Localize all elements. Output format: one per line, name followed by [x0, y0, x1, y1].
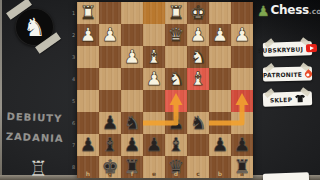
rank-label-7: 7	[71, 142, 76, 148]
piece-white-pawn: ♟	[99, 24, 121, 46]
caption-line-1: DEBIUTY	[6, 111, 64, 125]
square-e1	[143, 2, 165, 24]
square-g5	[99, 90, 121, 112]
piece-white-bishop: ♝	[143, 46, 165, 68]
square-h6	[77, 112, 99, 134]
file-label-c: c	[187, 170, 209, 177]
square-e6	[143, 112, 165, 134]
square-g1	[99, 2, 121, 24]
square-a5	[231, 90, 253, 112]
rank-label-4: 4	[71, 76, 76, 82]
piece-black-pawn: ♟	[99, 112, 121, 134]
chess-board: ♜♜♚♟♟♛♟♟♟♟♝♞♟♞♝♟♞♟♞♟♝♟♟♝♟♟♚♜♛♜ 12345678 …	[77, 2, 253, 178]
square-d4: ♞	[165, 68, 187, 90]
piece-white-knight: ♞	[165, 68, 187, 90]
piece-white-bishop: ♝	[187, 68, 209, 90]
square-c1: ♚	[187, 2, 209, 24]
piece-white-pawn: ♟	[231, 24, 253, 46]
piece-white-king: ♚	[187, 2, 209, 24]
subscribe-button[interactable]: SUBSKRYBUJ	[263, 41, 312, 57]
piece-black-pawn: ♟	[77, 134, 99, 156]
square-d7: ♝	[165, 134, 187, 156]
piece-white-pawn: ♟	[121, 46, 143, 68]
square-c7	[187, 134, 209, 156]
piece-black-pawn: ♟	[121, 134, 143, 156]
caption-line-2: ZADANIA	[6, 131, 64, 145]
square-b6	[209, 112, 231, 134]
square-h4	[77, 68, 99, 90]
square-d6: ♟	[165, 112, 187, 134]
pawn-icon: ♟	[257, 3, 270, 19]
square-h7: ♟	[77, 134, 99, 156]
square-g4	[99, 68, 121, 90]
square-e3: ♝	[143, 46, 165, 68]
subscribe-label: SUBSKRYBUJ	[258, 45, 303, 54]
square-h5	[77, 90, 99, 112]
square-e2	[143, 24, 165, 46]
square-c2: ♟	[187, 24, 209, 46]
rank-label-2: 2	[71, 32, 76, 38]
square-f5	[121, 90, 143, 112]
piece-black-pawn: ♟	[231, 134, 253, 156]
rank-label-8: 8	[71, 164, 76, 170]
file-label-f: f	[121, 170, 143, 177]
square-f2	[121, 24, 143, 46]
square-c5	[187, 90, 209, 112]
square-d1: ♜	[165, 2, 187, 24]
file-label-b: b	[209, 170, 231, 177]
piece-black-knight: ♞	[187, 112, 209, 134]
square-e5	[143, 90, 165, 112]
square-g7: ♝	[99, 134, 121, 156]
thumbnail-stage: ♜♜♚♟♟♛♟♟♟♟♝♞♟♞♝♟♞♟♞♟♝♟♟♝♟♟♚♜♛♜ 12345678 …	[0, 0, 320, 180]
square-b4	[209, 68, 231, 90]
rank-labels: 12345678	[71, 2, 77, 178]
square-h3	[77, 46, 99, 68]
file-label-d: d	[165, 170, 187, 177]
patronite-button[interactable]: PATRONITE	[263, 67, 312, 82]
square-f6: ♞	[121, 112, 143, 134]
file-label-h: h	[77, 170, 99, 177]
square-b5	[209, 90, 231, 112]
chalk-caption: DEBIUTY ZADANIA	[5, 111, 65, 153]
chesscom-logo[interactable]: ♟ Chess .com	[257, 3, 320, 19]
piece-black-knight: ♞	[121, 112, 143, 134]
square-b3	[209, 46, 231, 68]
shop-label: SKLEP	[270, 95, 293, 103]
piece-white-rook: ♜	[165, 2, 187, 24]
rank-label-1: 1	[71, 10, 76, 16]
square-h1: ♜	[77, 2, 99, 24]
square-a7: ♟	[231, 134, 253, 156]
piece-black-pawn: ♟	[209, 134, 231, 156]
tshirt-icon	[295, 94, 305, 102]
square-b7: ♟	[209, 134, 231, 156]
piece-white-pawn: ♟	[209, 24, 231, 46]
square-b2: ♟	[209, 24, 231, 46]
square-a3	[231, 46, 253, 68]
square-h2: ♟	[77, 24, 99, 46]
rank-label-3: 3	[71, 54, 76, 60]
board-grid: ♜♜♚♟♟♛♟♟♟♟♝♞♟♞♝♟♞♟♞♟♝♟♟♝♟♟♚♜♛♜	[77, 2, 253, 178]
chalk-rook-icon: ♖	[29, 157, 48, 180]
square-c4: ♝	[187, 68, 209, 90]
brand-name: Chess	[271, 3, 309, 17]
partial-note	[263, 172, 309, 180]
piece-white-pawn: ♟	[77, 24, 99, 46]
piece-white-pawn: ♟	[143, 68, 165, 90]
youtube-icon	[306, 44, 317, 52]
piece-white-queen: ♛	[165, 24, 187, 46]
piece-white-rook: ♜	[77, 2, 99, 24]
square-d2: ♛	[165, 24, 187, 46]
square-a4	[231, 68, 253, 90]
left-edge-strip	[0, 0, 2, 180]
piece-white-knight: ♞	[187, 46, 209, 68]
knight-icon: ♞	[23, 15, 45, 40]
rank-label-5: 5	[71, 98, 76, 104]
square-a1	[231, 2, 253, 24]
square-g2: ♟	[99, 24, 121, 46]
square-f4	[121, 68, 143, 90]
file-label-a: a	[231, 170, 253, 177]
square-d5	[165, 90, 187, 112]
file-label-g: g	[99, 170, 121, 177]
square-c6: ♞	[187, 112, 209, 134]
square-a2: ♟	[231, 24, 253, 46]
square-f1	[121, 2, 143, 24]
square-f7: ♟	[121, 134, 143, 156]
shop-button[interactable]: SKLEP	[263, 91, 312, 107]
square-e7: ♟	[143, 134, 165, 156]
square-a6	[231, 112, 253, 134]
piece-black-bishop: ♝	[99, 134, 121, 156]
square-d3	[165, 46, 187, 68]
piece-black-pawn: ♟	[143, 134, 165, 156]
file-label-e: e	[143, 170, 165, 177]
square-f3: ♟	[121, 46, 143, 68]
piece-black-bishop: ♝	[165, 134, 187, 156]
brand-tld: .com	[309, 7, 320, 16]
piece-black-pawn: ♟	[165, 112, 187, 134]
square-g6: ♟	[99, 112, 121, 134]
square-g3	[99, 46, 121, 68]
square-c3: ♞	[187, 46, 209, 68]
square-b1	[209, 2, 231, 24]
square-e4: ♟	[143, 68, 165, 90]
piece-white-pawn: ♟	[187, 24, 209, 46]
rank-label-6: 6	[71, 120, 76, 126]
